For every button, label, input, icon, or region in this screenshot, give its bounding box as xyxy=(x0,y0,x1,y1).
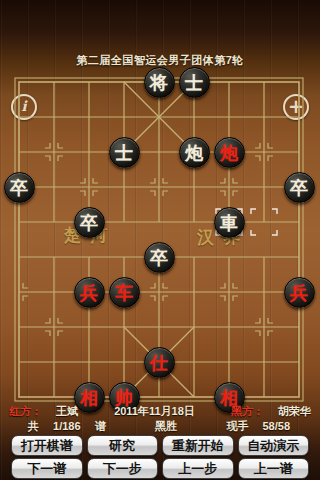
toolbar-row-2: 下一谱 下一步 上一步 上一谱 xyxy=(11,458,309,479)
book-label: 谱 xyxy=(95,420,106,432)
red-player-name: 王斌 xyxy=(56,405,78,417)
game-info-line: 红方： 王斌 2011年11月18日 黑方： 胡荣华 xyxy=(0,404,320,419)
open-book-button[interactable]: 打开棋谱 xyxy=(11,435,83,456)
piece-red-兵[interactable]: 兵 xyxy=(74,277,105,308)
piece-black-卒[interactable]: 卒 xyxy=(4,172,35,203)
next-game-button[interactable]: 下一谱 xyxy=(11,458,83,479)
progress-line: 共 1/186 谱 黑胜 现手 58/58 xyxy=(0,419,320,434)
move-index: 58/58 xyxy=(262,420,290,432)
auto-play-button[interactable]: 自动演示 xyxy=(238,435,310,456)
piece-black-卒[interactable]: 卒 xyxy=(144,242,175,273)
page-title: 第二届全国智运会男子团体第7轮 xyxy=(40,53,280,68)
piece-black-士[interactable]: 士 xyxy=(109,137,140,168)
total-label: 共 xyxy=(28,420,39,432)
piece-red-炮[interactable]: 炮 xyxy=(214,137,245,168)
prev-game-button[interactable]: 上一谱 xyxy=(238,458,310,479)
piece-black-将[interactable]: 将 xyxy=(144,67,175,98)
game-date: 2011年11月18日 xyxy=(114,405,195,417)
piece-black-車[interactable]: 車 xyxy=(214,207,245,238)
piece-red-兵[interactable]: 兵 xyxy=(284,277,315,308)
restart-button[interactable]: 重新开始 xyxy=(162,435,234,456)
black-player-name: 胡荣华 xyxy=(278,405,311,417)
piece-red-车[interactable]: 车 xyxy=(109,277,140,308)
result-badge: 黑胜 xyxy=(155,420,177,432)
study-button[interactable]: 研究 xyxy=(87,435,159,456)
prev-move-button[interactable]: 上一步 xyxy=(162,458,234,479)
move-label: 现手 xyxy=(226,420,248,432)
toolbar-row-1: 打开棋谱 研究 重新开始 自动演示 xyxy=(11,435,309,456)
piece-black-卒[interactable]: 卒 xyxy=(74,207,105,238)
piece-black-炮[interactable]: 炮 xyxy=(179,137,210,168)
next-move-button[interactable]: 下一步 xyxy=(87,458,159,479)
game-index: 1/186 xyxy=(53,420,81,432)
black-side-label: 黑方： xyxy=(231,405,264,417)
app-screen: i 第二届全国智运会男子团体第7轮 + 楚河 汉界 将士士炮炮卒卒卒車卒兵车兵仕… xyxy=(0,0,320,480)
piece-black-卒[interactable]: 卒 xyxy=(284,172,315,203)
red-side-label: 红方： xyxy=(9,405,42,417)
piece-black-士[interactable]: 士 xyxy=(179,67,210,98)
piece-red-仕[interactable]: 仕 xyxy=(144,347,175,378)
